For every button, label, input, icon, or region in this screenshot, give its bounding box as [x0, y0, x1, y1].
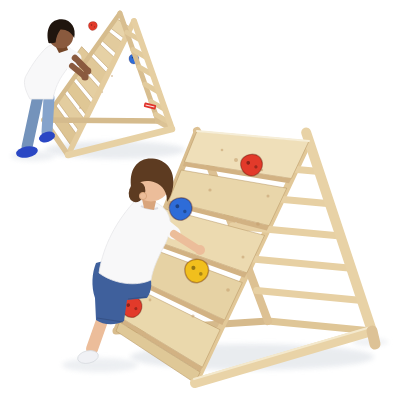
wood-knot	[191, 314, 194, 317]
wood-knot	[256, 222, 260, 226]
wood-knot	[242, 256, 245, 259]
boy-back-leg	[27, 96, 38, 147]
ladder-rung	[245, 258, 352, 268]
ladder-rung	[257, 291, 362, 301]
wood-knot	[149, 299, 152, 302]
hold-body	[88, 21, 98, 31]
wood-knot	[221, 149, 224, 152]
wood-knot	[267, 195, 270, 198]
toddler-hand	[195, 245, 205, 255]
climbing-hold-red	[88, 21, 98, 31]
wood-knot	[111, 75, 113, 77]
climbing-triangle-collage	[0, 0, 400, 400]
wood-knot	[234, 158, 238, 162]
boy-hand	[81, 73, 88, 80]
boy-front-leg	[47, 98, 49, 132]
toddler-ear	[139, 192, 146, 199]
cross-beam	[268, 321, 372, 331]
wood-knot	[79, 107, 81, 109]
wood-knot	[208, 188, 211, 191]
frame-foot	[372, 331, 375, 344]
wood-knot	[226, 288, 230, 292]
scene-rear-view	[15, 13, 172, 159]
product-photo	[0, 0, 400, 400]
toddler-shadow	[62, 358, 138, 372]
base-beam	[44, 120, 158, 121]
